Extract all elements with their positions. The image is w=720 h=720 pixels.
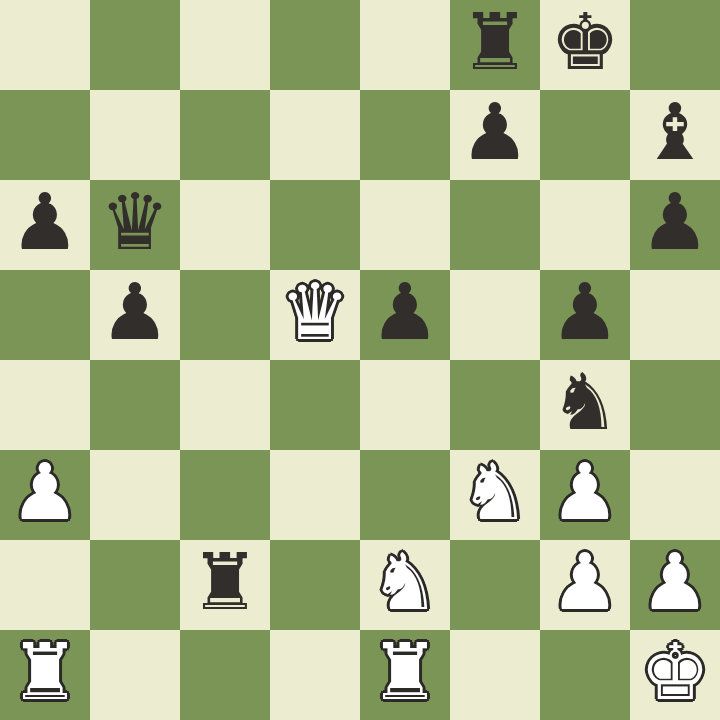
square-e1[interactable]: ♜ <box>360 630 450 720</box>
square-d8[interactable] <box>270 0 360 90</box>
white-pawn-piece[interactable]: ♟ <box>640 543 710 621</box>
square-h6[interactable]: ♟ <box>630 180 720 270</box>
square-d4[interactable] <box>270 360 360 450</box>
square-h5[interactable] <box>630 270 720 360</box>
square-g5[interactable]: ♟ <box>540 270 630 360</box>
square-a2[interactable] <box>0 540 90 630</box>
square-d7[interactable] <box>270 90 360 180</box>
white-pawn-piece[interactable]: ♟ <box>550 543 620 621</box>
square-c3[interactable] <box>180 450 270 540</box>
square-b1[interactable] <box>90 630 180 720</box>
square-a7[interactable] <box>0 90 90 180</box>
black-queen-piece[interactable]: ♛ <box>100 183 170 261</box>
square-a3[interactable]: ♟ <box>0 450 90 540</box>
square-e2[interactable]: ♞ <box>360 540 450 630</box>
square-d2[interactable] <box>270 540 360 630</box>
square-f8[interactable]: ♜ <box>450 0 540 90</box>
square-e4[interactable] <box>360 360 450 450</box>
black-king-piece[interactable]: ♚ <box>550 3 620 81</box>
black-rook-piece[interactable]: ♜ <box>190 543 260 621</box>
black-pawn-piece[interactable]: ♟ <box>640 183 710 261</box>
white-king-piece[interactable]: ♚ <box>640 633 710 711</box>
square-b3[interactable] <box>90 450 180 540</box>
square-g8[interactable]: ♚ <box>540 0 630 90</box>
chess-board: ♜♚♟♝♟♛♟♟♛♟♟♞♟♞♟♜♞♟♟♜♜♚ <box>0 0 720 720</box>
square-a1[interactable]: ♜ <box>0 630 90 720</box>
black-pawn-piece[interactable]: ♟ <box>460 93 530 171</box>
square-g3[interactable]: ♟ <box>540 450 630 540</box>
square-g7[interactable] <box>540 90 630 180</box>
square-a4[interactable] <box>0 360 90 450</box>
square-g6[interactable] <box>540 180 630 270</box>
black-knight-piece[interactable]: ♞ <box>550 363 620 441</box>
square-h3[interactable] <box>630 450 720 540</box>
square-b8[interactable] <box>90 0 180 90</box>
black-bishop-piece[interactable]: ♝ <box>640 93 710 171</box>
black-pawn-piece[interactable]: ♟ <box>550 273 620 351</box>
square-h4[interactable] <box>630 360 720 450</box>
black-pawn-piece[interactable]: ♟ <box>10 183 80 261</box>
square-c6[interactable] <box>180 180 270 270</box>
square-d5[interactable]: ♛ <box>270 270 360 360</box>
square-f7[interactable]: ♟ <box>450 90 540 180</box>
white-pawn-piece[interactable]: ♟ <box>10 453 80 531</box>
square-e6[interactable] <box>360 180 450 270</box>
white-rook-piece[interactable]: ♜ <box>10 633 80 711</box>
square-c1[interactable] <box>180 630 270 720</box>
square-f5[interactable] <box>450 270 540 360</box>
white-knight-piece[interactable]: ♞ <box>370 543 440 621</box>
square-a5[interactable] <box>0 270 90 360</box>
square-h2[interactable]: ♟ <box>630 540 720 630</box>
square-f2[interactable] <box>450 540 540 630</box>
square-f3[interactable]: ♞ <box>450 450 540 540</box>
square-c8[interactable] <box>180 0 270 90</box>
square-g4[interactable]: ♞ <box>540 360 630 450</box>
black-rook-piece[interactable]: ♜ <box>460 3 530 81</box>
square-c4[interactable] <box>180 360 270 450</box>
white-pawn-piece[interactable]: ♟ <box>550 453 620 531</box>
square-h1[interactable]: ♚ <box>630 630 720 720</box>
square-e8[interactable] <box>360 0 450 90</box>
square-a6[interactable]: ♟ <box>0 180 90 270</box>
white-knight-piece[interactable]: ♞ <box>460 453 530 531</box>
square-e5[interactable]: ♟ <box>360 270 450 360</box>
square-c5[interactable] <box>180 270 270 360</box>
square-d3[interactable] <box>270 450 360 540</box>
square-d6[interactable] <box>270 180 360 270</box>
square-c2[interactable]: ♜ <box>180 540 270 630</box>
square-g2[interactable]: ♟ <box>540 540 630 630</box>
square-f4[interactable] <box>450 360 540 450</box>
square-e7[interactable] <box>360 90 450 180</box>
square-a8[interactable] <box>0 0 90 90</box>
square-b5[interactable]: ♟ <box>90 270 180 360</box>
black-pawn-piece[interactable]: ♟ <box>370 273 440 351</box>
square-b7[interactable] <box>90 90 180 180</box>
black-pawn-piece[interactable]: ♟ <box>100 273 170 351</box>
square-c7[interactable] <box>180 90 270 180</box>
square-e3[interactable] <box>360 450 450 540</box>
square-b4[interactable] <box>90 360 180 450</box>
square-b6[interactable]: ♛ <box>90 180 180 270</box>
square-f6[interactable] <box>450 180 540 270</box>
square-b2[interactable] <box>90 540 180 630</box>
white-rook-piece[interactable]: ♜ <box>370 633 440 711</box>
square-d1[interactable] <box>270 630 360 720</box>
square-h8[interactable] <box>630 0 720 90</box>
square-h7[interactable]: ♝ <box>630 90 720 180</box>
square-f1[interactable] <box>450 630 540 720</box>
square-g1[interactable] <box>540 630 630 720</box>
white-queen-piece[interactable]: ♛ <box>280 273 350 351</box>
